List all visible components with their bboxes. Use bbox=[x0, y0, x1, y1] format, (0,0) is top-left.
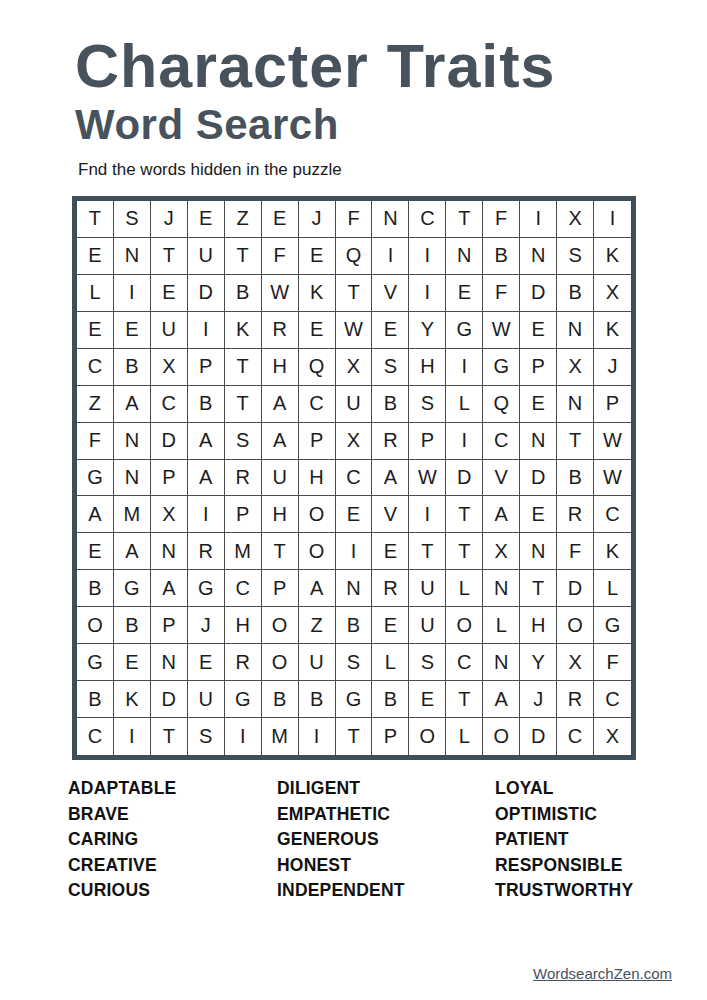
grid-cell: N bbox=[336, 570, 373, 607]
word-item: LOYAL bbox=[495, 776, 658, 802]
grid-cell: D bbox=[520, 460, 557, 497]
grid-cell: W bbox=[262, 275, 299, 312]
grid-cell: T bbox=[151, 718, 188, 755]
grid-cell: W bbox=[336, 312, 373, 349]
grid-cell: S bbox=[372, 349, 409, 386]
grid-cell: L bbox=[446, 718, 483, 755]
grid-cell: A bbox=[483, 496, 520, 533]
grid-cell: M bbox=[262, 718, 299, 755]
grid-cell: A bbox=[372, 460, 409, 497]
grid-cell: O bbox=[409, 718, 446, 755]
grid-cell: O bbox=[446, 607, 483, 644]
grid-cell: T bbox=[446, 533, 483, 570]
grid-cell: A bbox=[299, 570, 336, 607]
grid-cell: R bbox=[262, 312, 299, 349]
grid-cell: I bbox=[299, 718, 336, 755]
grid-cell: E bbox=[114, 644, 151, 681]
grid-cell: J bbox=[594, 349, 631, 386]
grid-cell: S bbox=[557, 238, 594, 275]
grid-cell: D bbox=[151, 423, 188, 460]
grid-cell: G bbox=[594, 607, 631, 644]
grid-cell: F bbox=[336, 201, 373, 238]
grid-cell: B bbox=[77, 681, 114, 718]
grid-cell: S bbox=[336, 644, 373, 681]
grid-cell: L bbox=[372, 644, 409, 681]
grid-cell: X bbox=[151, 349, 188, 386]
grid-cell: E bbox=[188, 201, 225, 238]
grid-cell: U bbox=[151, 312, 188, 349]
grid-cell: B bbox=[557, 460, 594, 497]
grid-cell: J bbox=[520, 681, 557, 718]
grid-cell: H bbox=[520, 607, 557, 644]
grid-cell: W bbox=[594, 460, 631, 497]
grid-cell: I bbox=[446, 349, 483, 386]
word-item: INDEPENDENT bbox=[277, 878, 495, 904]
grid-cell: E bbox=[77, 238, 114, 275]
grid-cell: N bbox=[114, 423, 151, 460]
grid-cell: O bbox=[77, 607, 114, 644]
grid-cell: I bbox=[188, 312, 225, 349]
word-search-grid: TSJEZEJFNCTFIXIENTUTFEQIINBNSKLIEDBWKTVI… bbox=[72, 196, 636, 760]
grid-cell: C bbox=[151, 386, 188, 423]
grid-cell: T bbox=[446, 496, 483, 533]
grid-cell: S bbox=[114, 201, 151, 238]
grid-cell: E bbox=[409, 681, 446, 718]
grid-cell: N bbox=[151, 644, 188, 681]
grid-cell: P bbox=[299, 423, 336, 460]
word-item: GENEROUS bbox=[277, 827, 495, 853]
grid-cell: U bbox=[262, 460, 299, 497]
grid-cell: W bbox=[483, 312, 520, 349]
word-item: TRUSTWORTHY bbox=[495, 878, 658, 904]
grid-cell: B bbox=[336, 607, 373, 644]
grid-cell: X bbox=[557, 201, 594, 238]
grid-cell: Q bbox=[336, 238, 373, 275]
grid-cell: G bbox=[188, 570, 225, 607]
grid-cell: G bbox=[77, 460, 114, 497]
grid-cell: X bbox=[336, 423, 373, 460]
grid-cell: R bbox=[557, 496, 594, 533]
grid-cell: T bbox=[409, 533, 446, 570]
grid-cell: T bbox=[336, 275, 373, 312]
grid-cell: N bbox=[520, 533, 557, 570]
grid-cell: N bbox=[372, 201, 409, 238]
grid-cell: N bbox=[483, 644, 520, 681]
word-item: PATIENT bbox=[495, 827, 658, 853]
grid-cell: B bbox=[557, 275, 594, 312]
grid-cell: X bbox=[557, 644, 594, 681]
grid-cell: E bbox=[520, 312, 557, 349]
grid-cell: I bbox=[409, 275, 446, 312]
grid-cell: E bbox=[299, 238, 336, 275]
grid-cell: E bbox=[188, 644, 225, 681]
grid-cell: P bbox=[225, 496, 262, 533]
grid-cell: J bbox=[151, 201, 188, 238]
grid-cell: E bbox=[336, 496, 373, 533]
grid-cell: T bbox=[446, 681, 483, 718]
grid-cell: X bbox=[594, 275, 631, 312]
grid-cell: F bbox=[262, 238, 299, 275]
grid-cell: K bbox=[299, 275, 336, 312]
word-item: HONEST bbox=[277, 853, 495, 879]
grid-cell: T bbox=[151, 238, 188, 275]
grid-cell: B bbox=[114, 349, 151, 386]
grid-cell: H bbox=[409, 349, 446, 386]
grid-cell: M bbox=[225, 533, 262, 570]
grid-cell: V bbox=[372, 275, 409, 312]
grid-cell: B bbox=[114, 607, 151, 644]
grid-cell: A bbox=[483, 681, 520, 718]
grid-cell: A bbox=[114, 386, 151, 423]
grid-cell: A bbox=[77, 496, 114, 533]
grid-cell: A bbox=[188, 460, 225, 497]
grid-cell: P bbox=[188, 349, 225, 386]
grid-cell: N bbox=[557, 386, 594, 423]
word-item: ADAPTABLE bbox=[68, 776, 277, 802]
grid-cell: Q bbox=[483, 386, 520, 423]
grid-cell: R bbox=[225, 460, 262, 497]
grid-cell: F bbox=[77, 423, 114, 460]
grid-cell: U bbox=[188, 238, 225, 275]
grid-cell: P bbox=[409, 423, 446, 460]
grid-cell: G bbox=[225, 681, 262, 718]
grid-cell: D bbox=[151, 681, 188, 718]
grid-cell: T bbox=[225, 386, 262, 423]
grid-cell: A bbox=[151, 570, 188, 607]
grid-cell: T bbox=[336, 718, 373, 755]
grid-cell: F bbox=[483, 201, 520, 238]
word-list-column: ADAPTABLEBRAVECARINGCREATIVECURIOUS bbox=[68, 776, 277, 904]
grid-cell: E bbox=[114, 312, 151, 349]
grid-cell: E bbox=[372, 312, 409, 349]
grid-cell: P bbox=[372, 718, 409, 755]
grid-cell: D bbox=[446, 460, 483, 497]
grid-cell: E bbox=[77, 533, 114, 570]
grid-cell: D bbox=[188, 275, 225, 312]
grid-cell: N bbox=[520, 238, 557, 275]
grid-cell: E bbox=[520, 386, 557, 423]
grid-cell: S bbox=[225, 423, 262, 460]
word-item: CURIOUS bbox=[68, 878, 277, 904]
grid-cell: T bbox=[77, 201, 114, 238]
grid-cell: Y bbox=[520, 644, 557, 681]
grid-cell: N bbox=[446, 238, 483, 275]
grid-cell: C bbox=[336, 460, 373, 497]
grid-cell: C bbox=[225, 570, 262, 607]
grid-cell: V bbox=[483, 460, 520, 497]
grid-cell: H bbox=[262, 349, 299, 386]
grid-cell: R bbox=[372, 423, 409, 460]
word-item: CREATIVE bbox=[68, 853, 277, 879]
grid-cell: L bbox=[594, 570, 631, 607]
grid-cell: K bbox=[225, 312, 262, 349]
page-title: Character Traits bbox=[75, 34, 556, 98]
grid-cell: O bbox=[483, 718, 520, 755]
word-item: RESPONSIBLE bbox=[495, 853, 658, 879]
word-list: ADAPTABLEBRAVECARINGCREATIVECURIOUS DILI… bbox=[68, 776, 658, 904]
grid-cell: P bbox=[151, 607, 188, 644]
grid-cell: V bbox=[372, 496, 409, 533]
grid-cell: L bbox=[77, 275, 114, 312]
grid-cell: O bbox=[299, 496, 336, 533]
grid-cell: T bbox=[520, 570, 557, 607]
grid-cell: I bbox=[520, 201, 557, 238]
word-item: CARING bbox=[68, 827, 277, 853]
grid-cell: D bbox=[520, 275, 557, 312]
grid-cell: H bbox=[225, 607, 262, 644]
grid-cell: W bbox=[409, 460, 446, 497]
grid-cell: E bbox=[520, 496, 557, 533]
grid-cell: I bbox=[372, 238, 409, 275]
grid-cell: A bbox=[262, 423, 299, 460]
grid-cell: N bbox=[114, 460, 151, 497]
grid-cell: I bbox=[409, 496, 446, 533]
grid-cell: F bbox=[483, 275, 520, 312]
grid-cell: T bbox=[557, 423, 594, 460]
word-item: OPTIMISTIC bbox=[495, 802, 658, 828]
grid-cell: N bbox=[483, 570, 520, 607]
grid-cell: N bbox=[520, 423, 557, 460]
grid-cell: G bbox=[114, 570, 151, 607]
grid-cell: B bbox=[188, 386, 225, 423]
grid-cell: C bbox=[594, 496, 631, 533]
grid-cell: J bbox=[188, 607, 225, 644]
grid-cell: P bbox=[151, 460, 188, 497]
grid-cell: I bbox=[594, 201, 631, 238]
grid-cell: C bbox=[557, 718, 594, 755]
grid-cell: T bbox=[225, 349, 262, 386]
word-list-column: DILIGENTEMPATHETICGENEROUSHONESTINDEPEND… bbox=[277, 776, 495, 904]
grid-cell: B bbox=[483, 238, 520, 275]
grid-cell: Z bbox=[225, 201, 262, 238]
grid-cell: Z bbox=[77, 386, 114, 423]
word-item: EMPATHETIC bbox=[277, 802, 495, 828]
grid-cell: I bbox=[446, 423, 483, 460]
grid-cell: C bbox=[594, 681, 631, 718]
footer-link[interactable]: WordsearchZen.com bbox=[533, 965, 672, 982]
grid-cell: I bbox=[409, 238, 446, 275]
grid-cell: K bbox=[594, 533, 631, 570]
grid-cell: M bbox=[114, 496, 151, 533]
grid-cell: R bbox=[557, 681, 594, 718]
instruction-text: Fnd the words hidden in the puzzle bbox=[78, 160, 556, 180]
grid-cell: X bbox=[151, 496, 188, 533]
grid-cell: B bbox=[299, 681, 336, 718]
grid-cell: R bbox=[372, 570, 409, 607]
page-subtitle: Word Search bbox=[75, 102, 556, 148]
grid-cell: U bbox=[336, 386, 373, 423]
grid-cell: W bbox=[594, 423, 631, 460]
grid-cell: T bbox=[446, 201, 483, 238]
grid-cell: X bbox=[557, 349, 594, 386]
grid-cell: H bbox=[299, 460, 336, 497]
grid-cell: U bbox=[409, 570, 446, 607]
grid-cell: X bbox=[336, 349, 373, 386]
grid-cell: A bbox=[262, 386, 299, 423]
word-item: DILIGENT bbox=[277, 776, 495, 802]
grid-cell: S bbox=[409, 644, 446, 681]
grid-cell: I bbox=[114, 718, 151, 755]
grid-cell: E bbox=[77, 312, 114, 349]
grid-cell: I bbox=[188, 496, 225, 533]
grid-cell: U bbox=[409, 607, 446, 644]
grid-cell: N bbox=[151, 533, 188, 570]
grid-cell: P bbox=[520, 349, 557, 386]
grid-cell: U bbox=[188, 681, 225, 718]
grid-cell: O bbox=[557, 607, 594, 644]
grid-cell: E bbox=[372, 607, 409, 644]
grid-cell: S bbox=[409, 386, 446, 423]
grid-cell: C bbox=[299, 386, 336, 423]
grid-cell: O bbox=[299, 533, 336, 570]
grid-cell: J bbox=[299, 201, 336, 238]
grid-cell: K bbox=[594, 238, 631, 275]
grid-cell: C bbox=[409, 201, 446, 238]
grid-cell: I bbox=[114, 275, 151, 312]
grid-cell: D bbox=[520, 718, 557, 755]
grid-cell: P bbox=[594, 386, 631, 423]
grid-cell: B bbox=[372, 681, 409, 718]
grid-cell: N bbox=[557, 312, 594, 349]
grid-cell: O bbox=[262, 607, 299, 644]
grid-cell: E bbox=[446, 275, 483, 312]
grid-cell: G bbox=[77, 644, 114, 681]
grid-cell: T bbox=[225, 238, 262, 275]
grid-cell: L bbox=[446, 570, 483, 607]
grid-cell: P bbox=[262, 570, 299, 607]
grid-cell: G bbox=[483, 349, 520, 386]
grid-cell: G bbox=[336, 681, 373, 718]
grid-cell: R bbox=[225, 644, 262, 681]
grid-cell: Y bbox=[409, 312, 446, 349]
grid-cell: N bbox=[114, 238, 151, 275]
grid-cell: E bbox=[299, 312, 336, 349]
grid-cell: Q bbox=[299, 349, 336, 386]
grid-cell: F bbox=[557, 533, 594, 570]
grid-cell: C bbox=[446, 644, 483, 681]
header: Character Traits Word Search Fnd the wor… bbox=[75, 34, 556, 180]
grid-cell: U bbox=[299, 644, 336, 681]
grid-cell: B bbox=[262, 681, 299, 718]
grid-cell: X bbox=[594, 718, 631, 755]
grid-cell: B bbox=[372, 386, 409, 423]
grid-cell: O bbox=[262, 644, 299, 681]
grid-cell: R bbox=[188, 533, 225, 570]
grid-cell: A bbox=[188, 423, 225, 460]
grid-cell: E bbox=[262, 201, 299, 238]
grid-cell: C bbox=[77, 349, 114, 386]
grid-cell: B bbox=[77, 570, 114, 607]
grid-cell: D bbox=[557, 570, 594, 607]
grid-cell: L bbox=[446, 386, 483, 423]
grid-cell: K bbox=[594, 312, 631, 349]
grid-cell: I bbox=[225, 718, 262, 755]
grid-cell: E bbox=[372, 533, 409, 570]
grid-cell: S bbox=[188, 718, 225, 755]
grid-cell: T bbox=[262, 533, 299, 570]
grid-cell: E bbox=[151, 275, 188, 312]
grid-cell: G bbox=[446, 312, 483, 349]
word-list-column: LOYALOPTIMISTICPATIENTRESPONSIBLETRUSTWO… bbox=[495, 776, 658, 904]
grid-cell: Z bbox=[299, 607, 336, 644]
grid-cell: H bbox=[262, 496, 299, 533]
grid-cell: C bbox=[77, 718, 114, 755]
grid-cell: K bbox=[114, 681, 151, 718]
grid-cell: L bbox=[483, 607, 520, 644]
grid-cell: C bbox=[483, 423, 520, 460]
grid-cell: F bbox=[594, 644, 631, 681]
grid-cell: I bbox=[336, 533, 373, 570]
grid-cell: B bbox=[225, 275, 262, 312]
grid-cell: A bbox=[114, 533, 151, 570]
grid-cell: X bbox=[483, 533, 520, 570]
word-item: BRAVE bbox=[68, 802, 277, 828]
